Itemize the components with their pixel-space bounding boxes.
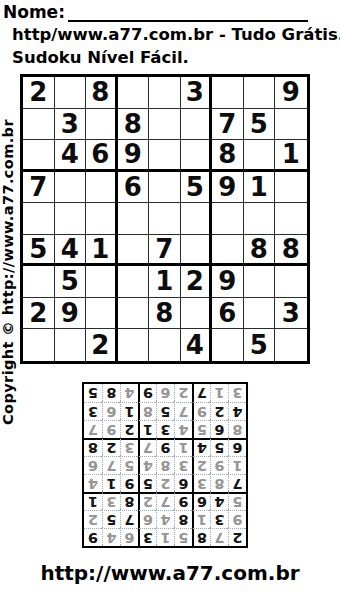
puzzle-cell-r7c4[interactable] xyxy=(118,266,150,298)
solution-cell-r5c2: 9 xyxy=(210,456,228,474)
puzzle-cell-r4c5[interactable] xyxy=(149,172,181,204)
puzzle-cell-r9c6: 4 xyxy=(181,329,213,361)
solution-cell-r8c5: 5 xyxy=(156,402,174,420)
puzzle-cell-r9c8: 5 xyxy=(244,329,276,361)
puzzle-cell-r1c8[interactable] xyxy=(244,77,276,109)
solution-cell-r2c9: 2 xyxy=(84,510,102,528)
solution-cell-r9c1: 3 xyxy=(228,384,246,402)
puzzle-cell-r5c3[interactable] xyxy=(86,203,118,235)
puzzle-cell-r3c1[interactable] xyxy=(23,140,55,172)
puzzle-cell-r8c1: 2 xyxy=(23,298,55,330)
puzzle-cell-r7c9[interactable] xyxy=(275,266,307,298)
name-input-line[interactable] xyxy=(68,2,308,22)
solution-cell-r3c8: 3 xyxy=(102,492,120,510)
solution-cell-r2c5: 4 xyxy=(156,510,174,528)
puzzle-cell-r9c1[interactable] xyxy=(23,329,55,361)
solution-cell-r4c5: 2 xyxy=(156,474,174,492)
puzzle-cell-r1c4[interactable] xyxy=(118,77,150,109)
solution-cell-r7c4: 4 xyxy=(174,420,192,438)
solution-cell-r2c6: 6 xyxy=(138,510,156,528)
solution-cell-r6c3: 4 xyxy=(192,438,210,456)
puzzle-cell-r9c9 xyxy=(275,329,307,361)
puzzle-cell-r5c2[interactable] xyxy=(55,203,87,235)
puzzle-cell-r4c1: 7 xyxy=(23,172,55,204)
puzzle-cell-r9c2[interactable] xyxy=(55,329,87,361)
solution-cell-r2c1: 9 xyxy=(228,510,246,528)
puzzle-cell-r6c2: 4 xyxy=(55,235,87,267)
solution-cell-r6c6: 7 xyxy=(138,438,156,456)
puzzle-cell-r6c5: 7 xyxy=(149,235,181,267)
solution-cell-r7c2: 6 xyxy=(210,420,228,438)
solution-cell-r7c9: 7 xyxy=(84,420,102,438)
solution-cell-r6c7: 3 xyxy=(120,438,138,456)
puzzle-cell-r1c1: 2 xyxy=(23,77,55,109)
puzzle-cell-r3c3: 6 xyxy=(86,140,118,172)
solution-cell-r9c2: 1 xyxy=(210,384,228,402)
puzzle-cell-r1c3: 8 xyxy=(86,77,118,109)
puzzle-cell-r1c7[interactable] xyxy=(212,77,244,109)
puzzle-cell-r2c4: 8 xyxy=(118,109,150,141)
solution-cell-r5c7: 5 xyxy=(120,456,138,474)
solution-cell-r3c9: 1 xyxy=(84,492,102,510)
solution-cell-r4c4: 6 xyxy=(174,474,192,492)
solution-cell-r2c3: 1 xyxy=(192,510,210,528)
solution-cell-r3c3: 6 xyxy=(192,492,210,510)
solution-cell-r5c5: 8 xyxy=(156,456,174,474)
solution-cell-r8c8: 6 xyxy=(102,402,120,420)
sudoku-solution-grid-rotated: 2785136499318467525469728317836259141923… xyxy=(82,382,248,548)
solution-cell-r3c6: 2 xyxy=(138,492,156,510)
solution-cell-r5c9: 6 xyxy=(84,456,102,474)
puzzle-cell-r4c2[interactable] xyxy=(55,172,87,204)
solution-cell-r7c6: 1 xyxy=(138,420,156,438)
puzzle-cell-r5c6[interactable] xyxy=(181,203,213,235)
solution-cell-r8c3: 9 xyxy=(192,402,210,420)
footer-url-text: http://www.a77.com.br xyxy=(0,561,340,585)
solution-cell-r5c3: 2 xyxy=(192,456,210,474)
puzzle-cell-r7c3[interactable] xyxy=(86,266,118,298)
solution-cell-r4c8: 1 xyxy=(102,474,120,492)
puzzle-cell-r5c9[interactable] xyxy=(275,203,307,235)
puzzle-cell-r8c2: 9 xyxy=(55,298,87,330)
solution-cell-r6c4: 1 xyxy=(174,438,192,456)
solution-cell-r8c4: 7 xyxy=(174,402,192,420)
puzzle-cell-r4c6: 5 xyxy=(181,172,213,204)
puzzle-cell-r9c4[interactable] xyxy=(118,329,150,361)
solution-cell-r9c8: 8 xyxy=(102,384,120,402)
solution-cell-r3c5: 7 xyxy=(156,492,174,510)
puzzle-cell-r6c6[interactable] xyxy=(181,235,213,267)
puzzle-cell-r8c4[interactable] xyxy=(118,298,150,330)
puzzle-cell-r9c5[interactable] xyxy=(149,329,181,361)
puzzle-cell-r5c4[interactable] xyxy=(118,203,150,235)
solution-cell-r5c4: 3 xyxy=(174,456,192,474)
puzzle-cell-r6c1: 5 xyxy=(23,235,55,267)
solution-cell-r9c9: 5 xyxy=(84,384,102,402)
solution-cell-r3c1: 5 xyxy=(228,492,246,510)
solution-cell-r6c9: 8 xyxy=(84,438,102,456)
solution-cell-r1c1: 2 xyxy=(228,528,246,546)
puzzle-cell-r3c2: 4 xyxy=(55,140,87,172)
puzzle-cell-r9c7[interactable] xyxy=(212,329,244,361)
solution-cell-r3c4: 9 xyxy=(174,492,192,510)
solution-cell-r3c2: 4 xyxy=(210,492,228,510)
solution-cell-r2c4: 8 xyxy=(174,510,192,528)
solution-cell-r1c7: 6 xyxy=(120,528,138,546)
puzzle-cell-r2c8: 5 xyxy=(244,109,276,141)
puzzle-cell-r2c1[interactable] xyxy=(23,109,55,141)
name-label: Nome: xyxy=(3,2,65,22)
solution-cell-r1c8: 4 xyxy=(102,528,120,546)
puzzle-cell-r1c6: 3 xyxy=(181,77,213,109)
solution-cell-r5c8: 7 xyxy=(102,456,120,474)
solution-cell-r4c9: 4 xyxy=(84,474,102,492)
puzzle-cell-r4c8: 1 xyxy=(244,172,276,204)
solution-cell-r7c3: 5 xyxy=(192,420,210,438)
puzzle-cell-r6c9: 8 xyxy=(275,235,307,267)
puzzle-cell-r5c5[interactable] xyxy=(149,203,181,235)
solution-cell-r4c3: 3 xyxy=(192,474,210,492)
solution-cell-r8c9: 3 xyxy=(84,402,102,420)
puzzle-cell-r1c9: 9 xyxy=(275,77,307,109)
solution-cell-r6c2: 5 xyxy=(210,438,228,456)
puzzle-cell-r2c5[interactable] xyxy=(149,109,181,141)
solution-cell-r1c5: 1 xyxy=(156,528,174,546)
solution-cell-r2c2: 3 xyxy=(210,510,228,528)
solution-cell-r7c5: 3 xyxy=(156,420,174,438)
puzzle-cell-r3c6[interactable] xyxy=(181,140,213,172)
puzzle-cell-r1c2[interactable] xyxy=(55,77,87,109)
puzzle-cell-r6c8: 8 xyxy=(244,235,276,267)
solution-cell-r5c6: 4 xyxy=(138,456,156,474)
difficulty-title: Sudoku Nível Fácil. xyxy=(12,48,189,67)
puzzle-cell-r7c6: 2 xyxy=(181,266,213,298)
solution-cell-r8c2: 2 xyxy=(210,402,228,420)
puzzle-cell-r8c3[interactable] xyxy=(86,298,118,330)
puzzle-cell-r6c7[interactable] xyxy=(212,235,244,267)
puzzle-cell-r4c7: 9 xyxy=(212,172,244,204)
solution-cell-r1c3: 8 xyxy=(192,528,210,546)
solution-cell-r2c8: 5 xyxy=(102,510,120,528)
solution-cell-r5c1: 1 xyxy=(228,456,246,474)
sudoku-puzzle-grid: 283938754698176591541788512929863245 xyxy=(20,74,310,364)
puzzle-cell-r2c2: 3 xyxy=(55,109,87,141)
solution-cell-r4c7: 9 xyxy=(120,474,138,492)
puzzle-cell-r3c9: 1 xyxy=(275,140,307,172)
solution-cell-r9c5: 6 xyxy=(156,384,174,402)
puzzle-cell-r2c3[interactable] xyxy=(86,109,118,141)
solution-cell-r1c9: 9 xyxy=(84,528,102,546)
solution-cell-r7c1: 8 xyxy=(228,420,246,438)
solution-cell-r4c2: 8 xyxy=(210,474,228,492)
puzzle-cell-r7c2: 5 xyxy=(55,266,87,298)
solution-cell-r6c1: 6 xyxy=(228,438,246,456)
solution-cell-r1c6: 3 xyxy=(138,528,156,546)
solution-cell-r8c1: 4 xyxy=(228,402,246,420)
puzzle-cell-r6c4[interactable] xyxy=(118,235,150,267)
puzzle-cell-r7c5: 1 xyxy=(149,266,181,298)
puzzle-cell-r5c1[interactable] xyxy=(23,203,55,235)
solution-cell-r1c2: 7 xyxy=(210,528,228,546)
puzzle-cell-r3c5[interactable] xyxy=(149,140,181,172)
solution-cell-r9c7: 4 xyxy=(120,384,138,402)
puzzle-cell-r2c7: 7 xyxy=(212,109,244,141)
solution-cell-r1c4: 5 xyxy=(174,528,192,546)
solution-cell-r9c6: 9 xyxy=(138,384,156,402)
solution-cell-r8c6: 8 xyxy=(138,402,156,420)
puzzle-cell-r4c9[interactable] xyxy=(275,172,307,204)
puzzle-cell-r6c3: 1 xyxy=(86,235,118,267)
solution-cell-r6c8: 2 xyxy=(102,438,120,456)
site-header-text: http/www.a77.com.br - Tudo Grátis. xyxy=(12,25,340,44)
solution-cell-r6c5: 9 xyxy=(156,438,174,456)
puzzle-cell-r4c3[interactable] xyxy=(86,172,118,204)
puzzle-cell-r3c4: 9 xyxy=(118,140,150,172)
puzzle-cell-r7c8[interactable] xyxy=(244,266,276,298)
solution-cell-r4c6: 5 xyxy=(138,474,156,492)
solution-cell-r2c7: 7 xyxy=(120,510,138,528)
puzzle-cell-r8c8[interactable] xyxy=(244,298,276,330)
solution-cell-r3c7: 8 xyxy=(120,492,138,510)
puzzle-cell-r8c9: 3 xyxy=(275,298,307,330)
solution-cell-r7c7: 2 xyxy=(120,420,138,438)
puzzle-cell-r2c9[interactable] xyxy=(275,109,307,141)
solution-cell-r4c1: 7 xyxy=(228,474,246,492)
name-field-row: Nome: xyxy=(3,2,308,22)
puzzle-cell-r5c8[interactable] xyxy=(244,203,276,235)
puzzle-cell-r8c5: 8 xyxy=(149,298,181,330)
puzzle-cell-r4c4: 6 xyxy=(118,172,150,204)
solution-cell-r7c8: 9 xyxy=(102,420,120,438)
puzzle-cell-r1c5[interactable] xyxy=(149,77,181,109)
copyright-vertical-text: Copyright © http://www.a77.com.br xyxy=(0,92,18,452)
puzzle-cell-r3c7: 8 xyxy=(212,140,244,172)
puzzle-cell-r7c1[interactable] xyxy=(23,266,55,298)
puzzle-cell-r5c7[interactable] xyxy=(212,203,244,235)
puzzle-cell-r2c6[interactable] xyxy=(181,109,213,141)
solution-cell-r9c4: 2 xyxy=(174,384,192,402)
solution-cell-r9c3: 7 xyxy=(192,384,210,402)
puzzle-cell-r9c3: 2 xyxy=(86,329,118,361)
solution-cell-r8c7: 1 xyxy=(120,402,138,420)
puzzle-cell-r3c8[interactable] xyxy=(244,140,276,172)
puzzle-cell-r8c6[interactable] xyxy=(181,298,213,330)
puzzle-cell-r8c7: 6 xyxy=(212,298,244,330)
puzzle-cell-r7c7: 9 xyxy=(212,266,244,298)
